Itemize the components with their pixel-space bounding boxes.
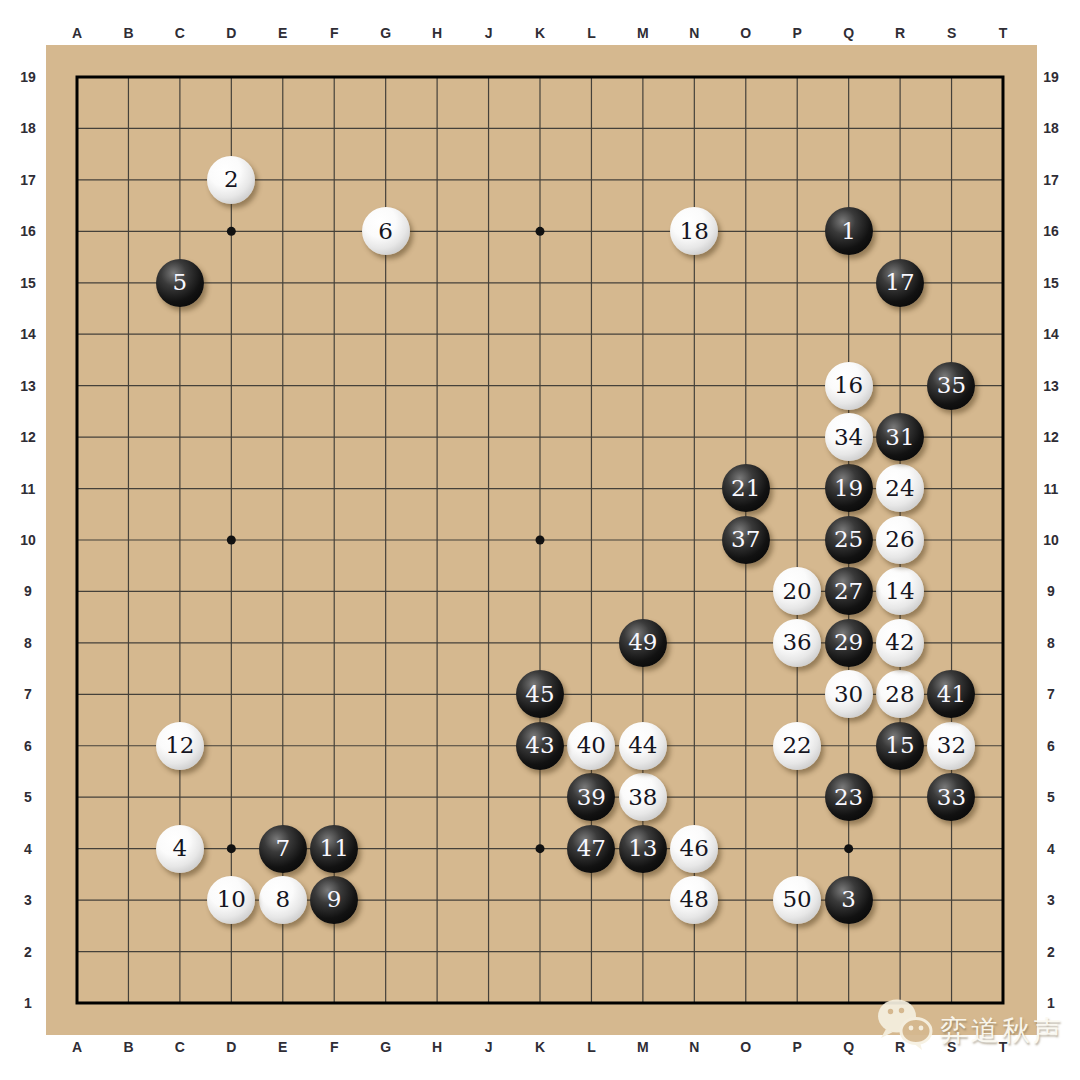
stone-E4: 7 [259,825,307,873]
stones-grid: 1234567891011121314151617181920212223242… [51,51,1028,1028]
stone-F3: 9 [310,876,358,924]
stone-M6: 44 [619,722,667,770]
stone-number: 7 [275,837,290,860]
stone-N16: 18 [670,207,718,255]
stone-number: 3 [841,888,856,911]
stone-S13: 35 [927,362,975,410]
stone-P8: 36 [773,619,821,667]
stone-number: 45 [525,683,554,706]
stone-number: 1 [841,220,856,243]
stone-number: 37 [731,528,760,551]
stone-number: 26 [885,528,914,551]
stone-number: 39 [577,786,606,809]
stone-K7: 45 [516,670,564,718]
stone-number: 28 [885,683,914,706]
stone-number: 47 [577,837,606,860]
stone-P3: 50 [773,876,821,924]
stone-R10: 26 [876,516,924,564]
stone-Q12: 34 [825,413,873,461]
stone-number: 20 [782,580,811,603]
stone-Q10: 25 [825,516,873,564]
stone-number: 11 [320,837,349,860]
stone-number: 24 [885,477,914,500]
stone-R15: 17 [876,259,924,307]
stone-Q9: 27 [825,567,873,615]
stone-number: 48 [680,888,709,911]
stone-Q5: 23 [825,773,873,821]
stone-M8: 49 [619,619,667,667]
stone-Q8: 29 [825,619,873,667]
stone-P9: 20 [773,567,821,615]
stone-number: 4 [173,837,188,860]
stone-Q13: 16 [825,362,873,410]
stone-number: 27 [834,580,863,603]
stone-D17: 2 [207,156,255,204]
stone-number: 21 [731,477,760,500]
stone-R11: 24 [876,464,924,512]
stone-P6: 22 [773,722,821,770]
stone-number: 40 [577,734,606,757]
stone-N4: 46 [670,825,718,873]
stone-number: 5 [173,271,188,294]
stone-M4: 13 [619,825,667,873]
stone-number: 17 [885,271,914,294]
stone-M5: 38 [619,773,667,821]
stone-E3: 8 [259,876,307,924]
stone-number: 32 [937,734,966,757]
stone-number: 31 [885,426,914,449]
stone-number: 13 [628,837,657,860]
stone-number: 34 [834,426,863,449]
stone-number: 19 [834,477,863,500]
stone-number: 15 [885,734,914,757]
stone-number: 29 [834,631,863,654]
stone-number: 36 [782,631,811,654]
stone-S6: 32 [927,722,975,770]
stone-number: 6 [378,220,393,243]
stone-C4: 4 [156,825,204,873]
stone-O11: 21 [722,464,770,512]
stone-R12: 31 [876,413,924,461]
wechat-icon [872,995,936,1053]
stone-C15: 5 [156,259,204,307]
stone-Q7: 30 [825,670,873,718]
stone-number: 2 [224,168,239,191]
stone-number: 43 [525,734,554,757]
stone-number: 33 [937,786,966,809]
stone-number: 50 [782,888,811,911]
stone-number: 49 [628,631,657,654]
stone-L4: 47 [567,825,615,873]
stone-F4: 11 [310,825,358,873]
stone-R9: 14 [876,567,924,615]
stone-number: 16 [834,374,863,397]
stone-number: 44 [628,734,657,757]
stone-number: 18 [680,220,709,243]
stone-Q11: 19 [825,464,873,512]
stone-G16: 6 [362,207,410,255]
stone-number: 38 [628,786,657,809]
stone-R8: 42 [876,619,924,667]
stone-K6: 43 [516,722,564,770]
stone-number: 12 [165,734,194,757]
watermark-text: 弈道秋声 [940,1012,1064,1050]
stone-L5: 39 [567,773,615,821]
go-diagram-page: 1234567891011121314151617181920212223242… [0,0,1080,1080]
stone-Q16: 1 [825,207,873,255]
stone-N3: 48 [670,876,718,924]
stone-number: 9 [327,888,342,911]
stone-S5: 33 [927,773,975,821]
stone-C6: 12 [156,722,204,770]
stone-D3: 10 [207,876,255,924]
stone-S7: 41 [927,670,975,718]
stone-number: 10 [217,888,246,911]
stone-O10: 37 [722,516,770,564]
stone-number: 30 [834,683,863,706]
stone-number: 25 [834,528,863,551]
stone-number: 35 [937,374,966,397]
stone-number: 8 [275,888,290,911]
stone-number: 23 [834,786,863,809]
stone-number: 46 [680,837,709,860]
stone-number: 41 [937,683,966,706]
stone-number: 42 [885,631,914,654]
stone-R7: 28 [876,670,924,718]
stone-R6: 15 [876,722,924,770]
stone-Q3: 3 [825,876,873,924]
watermark: 弈道秋声 [872,995,1064,1053]
stone-L6: 40 [567,722,615,770]
stone-number: 14 [885,580,914,603]
stone-number: 22 [782,734,811,757]
